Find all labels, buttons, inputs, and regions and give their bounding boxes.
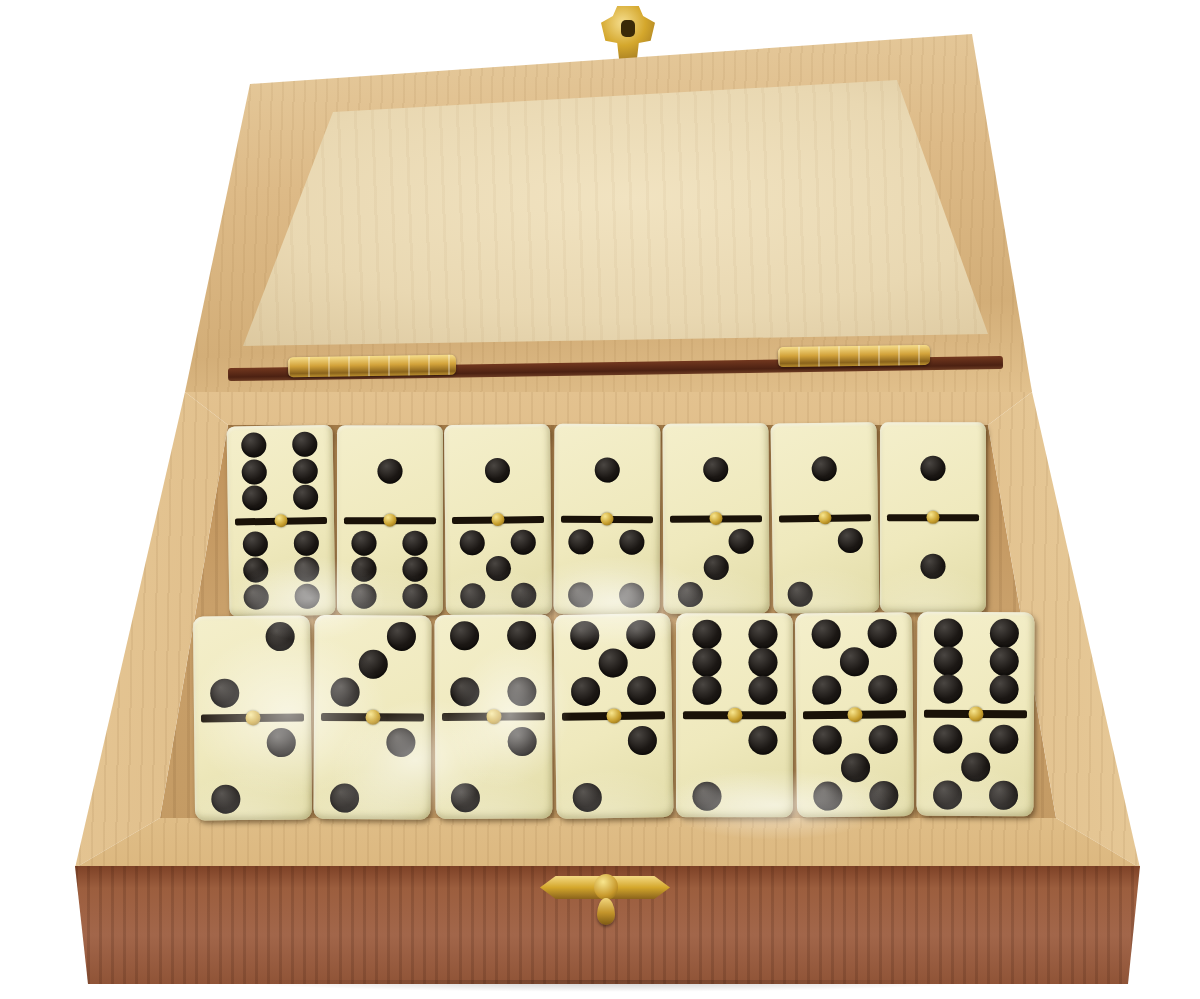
pip	[788, 581, 813, 606]
pip	[811, 619, 840, 648]
half-top	[880, 422, 986, 514]
pip	[988, 781, 1017, 810]
pip	[242, 433, 267, 458]
pip	[570, 620, 599, 649]
pip	[748, 676, 777, 705]
pip	[869, 781, 898, 810]
pip	[402, 583, 427, 608]
divider-line	[803, 710, 907, 719]
pip	[692, 676, 721, 705]
pip	[703, 457, 728, 482]
pip	[330, 784, 359, 813]
pip	[620, 529, 645, 554]
divider-line	[779, 514, 871, 522]
pip	[507, 620, 536, 649]
divider-line	[683, 711, 786, 719]
domino-4-2[interactable]	[434, 614, 552, 819]
half-top	[662, 423, 768, 515]
domino-box-photo	[0, 0, 1200, 999]
pip	[359, 650, 388, 679]
spinner-pin	[383, 514, 396, 527]
pip	[511, 529, 536, 554]
pip	[812, 676, 841, 705]
pip	[485, 458, 510, 483]
pip	[598, 648, 627, 677]
domino-6-2[interactable]	[676, 613, 793, 817]
pip	[450, 621, 479, 650]
pip	[869, 724, 898, 753]
half-top	[554, 424, 660, 516]
spinner-pin	[818, 511, 831, 524]
pip	[244, 584, 269, 609]
half-top	[676, 613, 793, 711]
domino-row-top	[228, 422, 987, 616]
lid-inner-panel	[243, 76, 988, 346]
half-bottom	[554, 522, 660, 614]
pip	[989, 675, 1018, 704]
divider-line	[442, 712, 545, 721]
pip	[569, 582, 594, 607]
domino-1-6[interactable]	[337, 425, 443, 615]
pip	[267, 728, 296, 757]
half-bottom	[194, 721, 312, 820]
pip	[387, 621, 416, 650]
half-bottom	[663, 522, 769, 614]
half-bottom	[228, 523, 335, 616]
clasp-knob	[597, 898, 615, 925]
half-bottom	[916, 718, 1034, 817]
domino-1-5[interactable]	[444, 424, 552, 615]
half-bottom	[676, 719, 793, 817]
pip	[692, 782, 721, 811]
divider-line	[321, 713, 424, 722]
half-bottom	[445, 523, 552, 616]
domino-1-4[interactable]	[554, 424, 661, 615]
divider-line	[452, 516, 544, 524]
pip	[294, 557, 319, 582]
pip	[244, 558, 269, 583]
pip	[841, 753, 870, 782]
pip	[330, 678, 359, 707]
pip	[293, 485, 318, 510]
half-bottom	[880, 521, 986, 613]
domino-3-2[interactable]	[314, 615, 432, 820]
half-bottom	[314, 721, 432, 820]
pip	[387, 727, 416, 756]
half-top	[444, 424, 551, 517]
pip	[932, 724, 961, 753]
pip	[571, 677, 600, 706]
pip	[921, 456, 946, 481]
spinner-pin	[968, 707, 983, 722]
pip	[507, 677, 536, 706]
pip	[211, 785, 240, 814]
hinge-left-icon	[288, 355, 456, 378]
spinner-pin	[245, 710, 260, 725]
half-top	[337, 425, 443, 517]
lid-latch-brass-icon	[601, 6, 655, 62]
pip	[402, 557, 427, 582]
half-bottom	[555, 719, 674, 819]
pip	[352, 530, 377, 555]
half-bottom	[772, 521, 879, 614]
pip	[595, 457, 620, 482]
pip	[692, 648, 721, 677]
pip	[294, 530, 319, 555]
pip	[626, 619, 655, 648]
clasp-boss	[594, 874, 618, 900]
divider-line	[344, 517, 436, 524]
pip	[933, 646, 962, 675]
divider-line	[887, 514, 979, 521]
domino-6-6[interactable]	[227, 425, 336, 617]
pip	[507, 726, 536, 755]
pip	[242, 486, 267, 511]
spinner-pin	[486, 709, 501, 724]
pip	[703, 555, 728, 580]
domino-1-2[interactable]	[770, 422, 879, 614]
half-bottom	[435, 720, 553, 819]
pip	[451, 784, 480, 813]
pip	[729, 528, 754, 553]
pip	[619, 582, 644, 607]
domino-2-2[interactable]	[193, 615, 313, 820]
pip	[692, 619, 721, 648]
pip	[461, 583, 486, 608]
pip	[921, 554, 946, 579]
pip	[451, 678, 480, 707]
domino-row-bottom	[193, 612, 1034, 820]
pip	[352, 583, 377, 608]
half-top	[193, 615, 311, 714]
half-bottom	[337, 524, 443, 616]
pip	[748, 619, 777, 648]
half-top	[770, 422, 877, 515]
pip	[292, 432, 317, 457]
pip	[933, 675, 962, 704]
pip	[989, 724, 1018, 753]
pip	[748, 725, 777, 754]
domino-6-5[interactable]	[916, 612, 1034, 817]
pip	[837, 527, 862, 552]
pip	[402, 530, 427, 555]
pip	[840, 647, 869, 676]
spinner-pin	[727, 708, 742, 723]
pip	[352, 557, 377, 582]
divider-line	[561, 515, 653, 522]
pip	[933, 618, 962, 647]
pip	[572, 783, 601, 812]
pip	[811, 456, 836, 481]
front-clasp-brass-icon	[540, 870, 670, 938]
half-top	[554, 613, 673, 713]
half-top	[314, 615, 432, 714]
pip	[960, 753, 989, 782]
half-top	[795, 612, 913, 711]
pip	[569, 529, 594, 554]
pip	[989, 618, 1018, 647]
divider-line	[670, 515, 762, 522]
pip	[512, 582, 537, 607]
pip	[868, 675, 897, 704]
pip	[295, 583, 320, 608]
domino-1-1[interactable]	[880, 422, 986, 612]
divider-line	[924, 710, 1027, 719]
domino-1-3[interactable]	[662, 423, 769, 614]
divider-line	[235, 516, 327, 524]
half-bottom	[796, 718, 914, 817]
pip	[293, 458, 318, 483]
half-top	[434, 614, 552, 713]
domino-5-2[interactable]	[554, 613, 675, 819]
divider-line	[562, 711, 666, 721]
pip	[265, 622, 294, 651]
domino-5-5[interactable]	[795, 612, 915, 817]
pip	[461, 530, 486, 555]
pip	[628, 725, 657, 754]
box-shadow	[90, 980, 1120, 996]
pip	[242, 459, 267, 484]
pip	[748, 648, 777, 677]
divider-line	[201, 713, 304, 722]
pip	[627, 676, 656, 705]
pip	[932, 781, 961, 810]
pip	[867, 618, 896, 647]
pip	[210, 679, 239, 708]
pip	[243, 531, 268, 556]
hinge-right-icon	[778, 345, 930, 367]
pip	[989, 647, 1018, 676]
half-top	[227, 425, 334, 518]
pip	[678, 582, 703, 607]
spinner-pin	[709, 512, 722, 525]
pip	[812, 725, 841, 754]
half-top	[917, 612, 1035, 711]
pip	[486, 556, 511, 581]
pip	[813, 782, 842, 811]
pip	[377, 458, 402, 483]
